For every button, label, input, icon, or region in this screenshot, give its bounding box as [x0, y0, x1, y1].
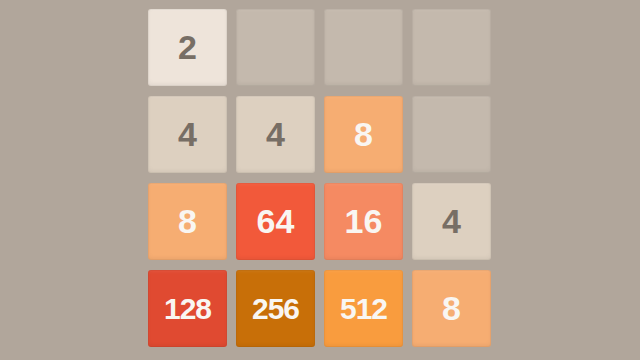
tile-8: 8: [324, 96, 403, 173]
tile-64: 64: [236, 183, 315, 260]
empty-cell: [412, 9, 491, 86]
tile-4: 4: [236, 96, 315, 173]
tile-128: 128: [148, 270, 227, 347]
tile-512: 512: [324, 270, 403, 347]
empty-cell: [236, 9, 315, 86]
tile-8: 8: [148, 183, 227, 260]
tile-256: 256: [236, 270, 315, 347]
tile-grid: 24488641641282565128: [148, 9, 491, 347]
tile-2: 2: [148, 9, 227, 86]
tile-4: 4: [148, 96, 227, 173]
board-2048[interactable]: 24488641641282565128: [0, 0, 640, 360]
tile-8: 8: [412, 270, 491, 347]
tile-16: 16: [324, 183, 403, 260]
empty-cell: [324, 9, 403, 86]
tile-4: 4: [412, 183, 491, 260]
empty-cell: [412, 96, 491, 173]
